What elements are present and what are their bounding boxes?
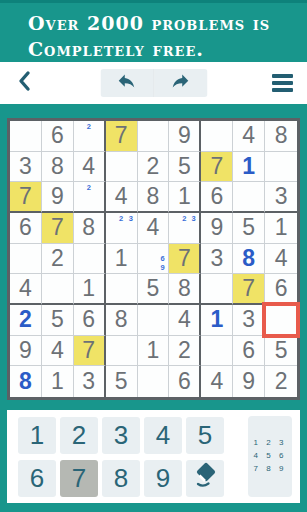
cell-r2c1[interactable]: 3 [10, 152, 42, 183]
eraser-icon [192, 462, 218, 495]
cell-r3c8[interactable] [233, 182, 265, 213]
cell-r4c4[interactable]: 23 [106, 213, 138, 244]
given-digit: 3 [242, 308, 255, 331]
given-digit: 4 [82, 155, 95, 178]
pencil-toggle-row-3: 7 8 9 [254, 463, 287, 476]
cell-r8c9[interactable]: 5 [265, 336, 297, 367]
cell-r3c6[interactable]: 1 [169, 182, 201, 213]
given-digit: 1 [82, 277, 95, 300]
cell-r1c7[interactable] [201, 121, 233, 152]
keypad-digit-7[interactable]: 7 [60, 460, 98, 497]
cell-r7c5[interactable] [138, 305, 170, 336]
keypad-digit-6[interactable]: 6 [18, 460, 56, 497]
user-digit: 2 [19, 308, 32, 331]
cell-r1c5[interactable] [138, 121, 170, 152]
undo-button[interactable] [100, 69, 153, 97]
cell-r6c1[interactable]: 4 [10, 274, 42, 305]
keypad-digit-1[interactable]: 1 [18, 417, 56, 454]
given-digit: 6 [210, 185, 223, 208]
given-digit: 7 [51, 216, 64, 239]
cell-r4c1[interactable]: 6 [10, 213, 42, 244]
given-digit: 3 [210, 247, 223, 270]
pencil-toggle-row-2: 4 5 6 [254, 450, 287, 463]
given-digit: 8 [178, 277, 191, 300]
cell-r9c3[interactable]: 3 [74, 366, 106, 397]
cell-r9c2[interactable]: 1 [42, 366, 74, 397]
cell-r6c7[interactable] [201, 274, 233, 305]
cell-r9c8[interactable]: 9 [233, 366, 265, 397]
given-digit: 1 [178, 185, 191, 208]
promo-banner: Over 2000 problems is Completely free. [0, 3, 307, 62]
cell-r1c2[interactable]: 6 [42, 121, 74, 152]
given-digit: 4 [275, 247, 288, 270]
given-digit: 9 [19, 339, 32, 362]
cell-r3c4[interactable]: 4 [106, 182, 138, 213]
cell-r5c7[interactable]: 3 [201, 244, 233, 275]
cell-r1c3[interactable]: 2 [74, 121, 106, 152]
given-digit: 7 [82, 339, 95, 362]
chevron-left-icon [17, 69, 31, 97]
cell-r2c8[interactable]: 1 [233, 152, 265, 183]
given-digit: 6 [178, 370, 191, 393]
given-digit: 1 [115, 247, 128, 270]
cell-r9c1[interactable]: 8 [10, 366, 42, 397]
given-digit: 1 [51, 370, 64, 393]
given-digit: 3 [19, 155, 32, 178]
given-digit: 4 [115, 185, 128, 208]
given-digit: 6 [275, 277, 288, 300]
redo-icon [170, 72, 192, 95]
cell-r7c9[interactable] [265, 305, 297, 336]
undo-icon [116, 72, 138, 95]
given-digit: 5 [178, 155, 191, 178]
user-digit: 1 [210, 308, 223, 331]
cell-r6c4[interactable] [106, 274, 138, 305]
cell-r6c2[interactable] [42, 274, 74, 305]
given-digit: 3 [275, 185, 288, 208]
given-digit: 2 [275, 370, 288, 393]
undo-redo-group [100, 69, 207, 97]
cell-r8c4[interactable] [106, 336, 138, 367]
hamburger-menu-icon[interactable] [270, 70, 295, 96]
redo-button[interactable] [154, 69, 207, 97]
given-digit: 4 [178, 308, 191, 331]
cell-r5c6[interactable]: 7 [169, 244, 201, 275]
cell-r2c4[interactable] [106, 152, 138, 183]
cell-r5c8[interactable]: 8 [233, 244, 265, 275]
given-digit: 6 [242, 339, 255, 362]
cell-r2c6[interactable]: 5 [169, 152, 201, 183]
given-digit: 8 [115, 308, 128, 331]
given-digit: 7 [210, 155, 223, 178]
given-digit: 5 [275, 339, 288, 362]
cell-r8c1[interactable]: 9 [10, 336, 42, 367]
cell-r2c9[interactable] [265, 152, 297, 183]
cell-r2c3[interactable]: 4 [74, 152, 106, 183]
cell-r8c2[interactable]: 4 [42, 336, 74, 367]
sudoku-grid: 6279483842571792481636782342395121697384… [7, 118, 300, 400]
given-digit: 9 [51, 185, 64, 208]
given-digit: 7 [242, 277, 255, 300]
pencil-marks: 2 [75, 122, 103, 150]
given-digit: 7 [19, 185, 32, 208]
pencil-marks: 2 [75, 183, 103, 210]
cell-r4c2[interactable]: 7 [42, 213, 74, 244]
given-digit: 9 [242, 370, 255, 393]
user-digit: 8 [19, 370, 32, 393]
keypad-digit-2[interactable]: 2 [60, 417, 98, 454]
given-digit: 8 [82, 216, 95, 239]
cell-r4c6[interactable]: 23 [169, 213, 201, 244]
cell-r8c8[interactable]: 6 [233, 336, 265, 367]
cell-r4c7[interactable]: 9 [201, 213, 233, 244]
cell-r9c6[interactable]: 6 [169, 366, 201, 397]
eraser-button[interactable] [186, 460, 224, 497]
given-digit: 1 [275, 216, 288, 239]
cell-r1c9[interactable]: 8 [265, 121, 297, 152]
cell-r7c1[interactable]: 2 [10, 305, 42, 336]
number-keypad: 123456789 1 2 3 4 5 6 7 8 9 [7, 410, 300, 503]
given-digit: 5 [147, 277, 160, 300]
keypad-digit-8[interactable]: 8 [102, 460, 140, 497]
keypad-digit-4[interactable]: 4 [144, 417, 182, 454]
given-digit: 4 [210, 370, 223, 393]
given-digit: 5 [242, 216, 255, 239]
cell-r3c3[interactable]: 2 [74, 182, 106, 213]
cell-r5c2[interactable]: 2 [42, 244, 74, 275]
cell-r7c2[interactable]: 5 [42, 305, 74, 336]
cell-r6c9[interactable]: 6 [265, 274, 297, 305]
given-digit: 2 [51, 247, 64, 270]
cell-r5c5[interactable]: 69 [138, 244, 170, 275]
user-digit: 8 [242, 247, 255, 270]
given-digit: 6 [82, 308, 95, 331]
given-digit: 9 [178, 124, 191, 147]
given-digit: 5 [51, 308, 64, 331]
app-screen: Over 2000 problems is Completely free. [0, 0, 307, 512]
cell-r4c9[interactable]: 1 [265, 213, 297, 244]
keypad-digit-3[interactable]: 3 [102, 417, 140, 454]
given-digit: 7 [115, 124, 128, 147]
user-digit: 1 [242, 155, 255, 178]
cell-r5c3[interactable] [74, 244, 106, 275]
cell-r3c2[interactable]: 9 [42, 182, 74, 213]
cell-r6c6[interactable]: 8 [169, 274, 201, 305]
cell-r8c7[interactable] [201, 336, 233, 367]
cell-r8c5[interactable]: 1 [138, 336, 170, 367]
keypad-digit-5[interactable]: 5 [186, 417, 224, 454]
given-digit: 3 [82, 370, 95, 393]
digit-buttons: 123456789 [18, 417, 224, 497]
cell-r1c1[interactable] [10, 121, 42, 152]
cell-r5c9[interactable]: 4 [265, 244, 297, 275]
cell-r2c7[interactable]: 7 [201, 152, 233, 183]
pencil-mode-toggle-button[interactable]: 1 2 3 4 5 6 7 8 9 [248, 416, 292, 497]
toolbar [0, 62, 307, 104]
cell-r8c3[interactable]: 7 [74, 336, 106, 367]
banner-line-1: Over 2000 problems is [28, 10, 307, 36]
cell-r3c5[interactable]: 8 [138, 182, 170, 213]
cell-r9c4[interactable]: 5 [106, 366, 138, 397]
keypad-digit-9[interactable]: 9 [144, 460, 182, 497]
banner-line-2: Completely free. [28, 36, 307, 62]
cell-r5c1[interactable] [10, 244, 42, 275]
cell-r1c8[interactable]: 4 [233, 121, 265, 152]
back-button[interactable] [12, 69, 36, 97]
given-digit: 2 [178, 339, 191, 362]
given-digit: 5 [115, 370, 128, 393]
cell-r1c6[interactable]: 9 [169, 121, 201, 152]
cell-r1c4[interactable]: 7 [106, 121, 138, 152]
cell-r2c2[interactable]: 8 [42, 152, 74, 183]
cell-r7c8[interactable]: 3 [233, 305, 265, 336]
given-digit: 2 [147, 155, 160, 178]
given-digit: 4 [242, 124, 255, 147]
cell-r4c5[interactable]: 4 [138, 213, 170, 244]
cell-r4c8[interactable]: 5 [233, 213, 265, 244]
pencil-marks: 23 [107, 214, 136, 242]
given-digit: 9 [210, 216, 223, 239]
pencil-toggle-row-1: 1 2 3 [254, 437, 287, 450]
cell-r7c4[interactable]: 8 [106, 305, 138, 336]
cell-r6c8[interactable]: 7 [233, 274, 265, 305]
given-digit: 6 [51, 124, 64, 147]
cell-r6c3[interactable]: 1 [74, 274, 106, 305]
cell-r7c6[interactable]: 4 [169, 305, 201, 336]
cell-r7c3[interactable]: 6 [74, 305, 106, 336]
given-digit: 1 [147, 339, 160, 362]
cell-r7c7[interactable]: 1 [201, 305, 233, 336]
pencil-marks: 23 [170, 214, 198, 242]
given-digit: 8 [51, 155, 64, 178]
given-digit: 6 [19, 216, 32, 239]
cell-r3c7[interactable]: 6 [201, 182, 233, 213]
cell-r5c4[interactable]: 1 [106, 244, 138, 275]
given-digit: 8 [147, 185, 160, 208]
cell-r9c7[interactable]: 4 [201, 366, 233, 397]
cell-r3c9[interactable]: 3 [265, 182, 297, 213]
pencil-marks: 69 [139, 245, 168, 273]
cell-r9c9[interactable]: 2 [265, 366, 297, 397]
given-digit: 7 [178, 247, 191, 270]
given-digit: 4 [51, 339, 64, 362]
given-digit: 4 [19, 277, 32, 300]
cell-r8c6[interactable]: 2 [169, 336, 201, 367]
cell-r2c5[interactable]: 2 [138, 152, 170, 183]
given-digit: 8 [275, 124, 288, 147]
cell-r4c3[interactable]: 8 [74, 213, 106, 244]
given-digit: 4 [147, 216, 160, 239]
cell-r6c5[interactable]: 5 [138, 274, 170, 305]
cell-r3c1[interactable]: 7 [10, 182, 42, 213]
cell-r9c5[interactable] [138, 366, 170, 397]
